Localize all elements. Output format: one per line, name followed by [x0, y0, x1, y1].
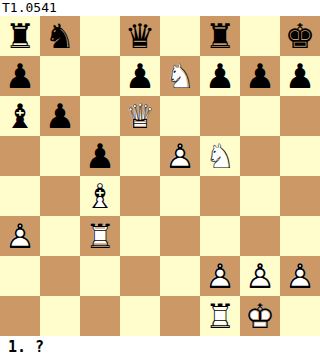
square-g4[interactable]	[240, 176, 280, 216]
square-g7[interactable]: ♟	[240, 56, 280, 96]
white-queen-icon: ♕	[120, 96, 160, 136]
square-h3[interactable]	[280, 216, 320, 256]
square-f3[interactable]	[200, 216, 240, 256]
black-rook-icon: ♜	[200, 16, 240, 56]
black-queen-icon: ♛	[120, 16, 160, 56]
white-knight-icon: ♘	[200, 136, 240, 176]
square-c7[interactable]	[80, 56, 120, 96]
square-c2[interactable]	[80, 256, 120, 296]
square-a3[interactable]: ♟♙	[0, 216, 40, 256]
square-f4[interactable]	[200, 176, 240, 216]
black-pawn-icon: ♟	[240, 56, 280, 96]
square-h5[interactable]	[280, 136, 320, 176]
square-e2[interactable]	[160, 256, 200, 296]
white-piece-fill: ♞	[160, 56, 200, 96]
square-a1[interactable]	[0, 296, 40, 336]
square-g1[interactable]: ♚♔	[240, 296, 280, 336]
square-d2[interactable]	[120, 256, 160, 296]
square-f7[interactable]: ♟	[200, 56, 240, 96]
square-a6[interactable]: ♝	[0, 96, 40, 136]
square-h8[interactable]: ♚	[280, 16, 320, 56]
white-piece-fill: ♛	[120, 96, 160, 136]
square-g6[interactable]	[240, 96, 280, 136]
square-h2[interactable]: ♟♙	[280, 256, 320, 296]
white-pawn-icon: ♙	[200, 256, 240, 296]
square-d6[interactable]: ♛♕	[120, 96, 160, 136]
square-b2[interactable]	[40, 256, 80, 296]
square-e6[interactable]	[160, 96, 200, 136]
white-piece-fill: ♚	[240, 296, 280, 336]
square-d7[interactable]: ♟	[120, 56, 160, 96]
white-pawn-icon: ♙	[280, 256, 320, 296]
square-a2[interactable]	[0, 256, 40, 296]
white-rook-icon: ♖	[80, 216, 120, 256]
puzzle-id-label: T1.0541	[0, 0, 320, 16]
square-a4[interactable]	[0, 176, 40, 216]
square-g2[interactable]: ♟♙	[240, 256, 280, 296]
white-pawn-icon: ♙	[160, 136, 200, 176]
white-piece-fill: ♜	[80, 216, 120, 256]
white-rook-icon: ♖	[200, 296, 240, 336]
square-f1[interactable]: ♜♖	[200, 296, 240, 336]
square-b7[interactable]	[40, 56, 80, 96]
square-e4[interactable]	[160, 176, 200, 216]
white-piece-fill: ♟	[200, 256, 240, 296]
square-g8[interactable]	[240, 16, 280, 56]
black-knight-icon: ♞	[40, 16, 80, 56]
square-e3[interactable]	[160, 216, 200, 256]
square-c1[interactable]	[80, 296, 120, 336]
square-g5[interactable]	[240, 136, 280, 176]
white-bishop-icon: ♗	[80, 176, 120, 216]
square-c3[interactable]: ♜♖	[80, 216, 120, 256]
square-d8[interactable]: ♛	[120, 16, 160, 56]
black-pawn-icon: ♟	[0, 56, 40, 96]
white-piece-fill: ♟	[0, 216, 40, 256]
square-d5[interactable]	[120, 136, 160, 176]
square-b3[interactable]	[40, 216, 80, 256]
square-b6[interactable]: ♟	[40, 96, 80, 136]
square-c8[interactable]	[80, 16, 120, 56]
square-b8[interactable]: ♞	[40, 16, 80, 56]
white-piece-fill: ♟	[280, 256, 320, 296]
black-pawn-icon: ♟	[40, 96, 80, 136]
black-pawn-icon: ♟	[120, 56, 160, 96]
black-rook-icon: ♜	[0, 16, 40, 56]
square-h6[interactable]	[280, 96, 320, 136]
white-pawn-icon: ♙	[0, 216, 40, 256]
square-c6[interactable]	[80, 96, 120, 136]
square-c5[interactable]: ♟	[80, 136, 120, 176]
chess-board: ♜♞♛♜♚♟♟♞♘♟♟♟♝♟♛♕♟♟♙♞♘♝♗♟♙♜♖♟♙♟♙♟♙♜♖♚♔	[0, 16, 320, 336]
square-f5[interactable]: ♞♘	[200, 136, 240, 176]
square-e5[interactable]: ♟♙	[160, 136, 200, 176]
square-b4[interactable]	[40, 176, 80, 216]
square-f2[interactable]: ♟♙	[200, 256, 240, 296]
square-h4[interactable]	[280, 176, 320, 216]
white-king-icon: ♔	[240, 296, 280, 336]
white-piece-fill: ♟	[240, 256, 280, 296]
white-piece-fill: ♝	[80, 176, 120, 216]
chess-diagram-page: T1.0541 ♜♞♛♜♚♟♟♞♘♟♟♟♝♟♛♕♟♟♙♞♘♝♗♟♙♜♖♟♙♟♙♟…	[0, 0, 320, 360]
square-a5[interactable]	[0, 136, 40, 176]
white-piece-fill: ♞	[200, 136, 240, 176]
black-pawn-icon: ♟	[200, 56, 240, 96]
square-d3[interactable]	[120, 216, 160, 256]
square-f6[interactable]	[200, 96, 240, 136]
square-g3[interactable]	[240, 216, 280, 256]
black-king-icon: ♚	[280, 16, 320, 56]
square-a8[interactable]: ♜	[0, 16, 40, 56]
black-bishop-icon: ♝	[0, 96, 40, 136]
square-d1[interactable]	[120, 296, 160, 336]
square-a7[interactable]: ♟	[0, 56, 40, 96]
white-piece-fill: ♜	[200, 296, 240, 336]
white-piece-fill: ♟	[160, 136, 200, 176]
square-b5[interactable]	[40, 136, 80, 176]
square-b1[interactable]	[40, 296, 80, 336]
square-e1[interactable]	[160, 296, 200, 336]
square-e8[interactable]	[160, 16, 200, 56]
square-h1[interactable]	[280, 296, 320, 336]
square-d4[interactable]	[120, 176, 160, 216]
square-c4[interactable]: ♝♗	[80, 176, 120, 216]
square-h7[interactable]: ♟	[280, 56, 320, 96]
square-f8[interactable]: ♜	[200, 16, 240, 56]
black-pawn-icon: ♟	[80, 136, 120, 176]
black-pawn-icon: ♟	[280, 56, 320, 96]
white-pawn-icon: ♙	[240, 256, 280, 296]
square-e7[interactable]: ♞♘	[160, 56, 200, 96]
move-prompt: 1. ?	[0, 336, 320, 360]
white-knight-icon: ♘	[160, 56, 200, 96]
